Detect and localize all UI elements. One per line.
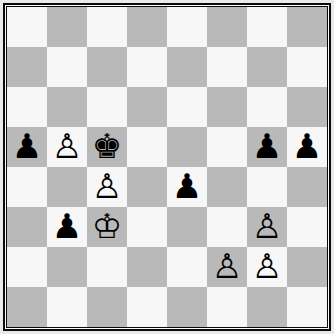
white-pawn: ♙ xyxy=(252,247,282,286)
square-b8[interactable] xyxy=(47,7,87,47)
square-b1[interactable] xyxy=(47,287,87,327)
square-d1[interactable] xyxy=(127,287,167,327)
square-h3[interactable] xyxy=(287,207,327,247)
square-g4[interactable] xyxy=(247,167,287,207)
square-e7[interactable] xyxy=(167,47,207,87)
square-g5[interactable]: ♟ xyxy=(247,127,287,167)
square-b4[interactable] xyxy=(47,167,87,207)
square-a3[interactable] xyxy=(7,207,47,247)
square-f2[interactable]: ♙ xyxy=(207,247,247,287)
square-f4[interactable] xyxy=(207,167,247,207)
white-pawn: ♙ xyxy=(92,167,122,206)
square-b5[interactable]: ♙ xyxy=(47,127,87,167)
square-g2[interactable]: ♙ xyxy=(247,247,287,287)
square-c4[interactable]: ♙ xyxy=(87,167,127,207)
square-h1[interactable] xyxy=(287,287,327,327)
board-frame-outer: ♟♙♚♟♟♙♟♟♔♙♙♙ xyxy=(3,3,331,331)
diagram-background: ♟♙♚♟♟♙♟♟♔♙♙♙ xyxy=(0,0,334,334)
square-e3[interactable] xyxy=(167,207,207,247)
square-a5[interactable]: ♟ xyxy=(7,127,47,167)
black-pawn: ♟ xyxy=(52,207,82,246)
square-a1[interactable] xyxy=(7,287,47,327)
black-pawn: ♟ xyxy=(252,127,282,166)
white-pawn: ♙ xyxy=(212,247,242,286)
square-f7[interactable] xyxy=(207,47,247,87)
square-b6[interactable] xyxy=(47,87,87,127)
square-d2[interactable] xyxy=(127,247,167,287)
black-king: ♚ xyxy=(92,127,122,166)
square-d5[interactable] xyxy=(127,127,167,167)
square-g6[interactable] xyxy=(247,87,287,127)
square-c8[interactable] xyxy=(87,7,127,47)
square-c2[interactable] xyxy=(87,247,127,287)
square-f3[interactable] xyxy=(207,207,247,247)
square-d4[interactable] xyxy=(127,167,167,207)
square-e2[interactable] xyxy=(167,247,207,287)
square-f1[interactable] xyxy=(207,287,247,327)
square-e1[interactable] xyxy=(167,287,207,327)
square-c3[interactable]: ♔ xyxy=(87,207,127,247)
square-h6[interactable] xyxy=(287,87,327,127)
square-d7[interactable] xyxy=(127,47,167,87)
white-pawn: ♙ xyxy=(252,207,282,246)
square-c1[interactable] xyxy=(87,287,127,327)
square-a8[interactable] xyxy=(7,7,47,47)
white-king: ♔ xyxy=(92,207,122,246)
square-c6[interactable] xyxy=(87,87,127,127)
square-g7[interactable] xyxy=(247,47,287,87)
board-frame-gap: ♟♙♚♟♟♙♟♟♔♙♙♙ xyxy=(5,5,329,329)
square-h4[interactable] xyxy=(287,167,327,207)
square-g3[interactable]: ♙ xyxy=(247,207,287,247)
square-g1[interactable] xyxy=(247,287,287,327)
square-a6[interactable] xyxy=(7,87,47,127)
square-h7[interactable] xyxy=(287,47,327,87)
square-b7[interactable] xyxy=(47,47,87,87)
square-f5[interactable] xyxy=(207,127,247,167)
square-a2[interactable] xyxy=(7,247,47,287)
square-b3[interactable]: ♟ xyxy=(47,207,87,247)
square-e8[interactable] xyxy=(167,7,207,47)
board-frame-inner: ♟♙♚♟♟♙♟♟♔♙♙♙ xyxy=(6,6,328,328)
square-c5[interactable]: ♚ xyxy=(87,127,127,167)
square-a4[interactable] xyxy=(7,167,47,207)
chess-board: ♟♙♚♟♟♙♟♟♔♙♙♙ xyxy=(7,7,327,327)
square-c7[interactable] xyxy=(87,47,127,87)
square-d8[interactable] xyxy=(127,7,167,47)
square-f8[interactable] xyxy=(207,7,247,47)
square-e4[interactable]: ♟ xyxy=(167,167,207,207)
black-pawn: ♟ xyxy=(172,167,202,206)
square-f6[interactable] xyxy=(207,87,247,127)
square-g8[interactable] xyxy=(247,7,287,47)
white-pawn: ♙ xyxy=(52,127,82,166)
square-h8[interactable] xyxy=(287,7,327,47)
square-h2[interactable] xyxy=(287,247,327,287)
black-pawn: ♟ xyxy=(12,127,42,166)
square-d6[interactable] xyxy=(127,87,167,127)
square-d3[interactable] xyxy=(127,207,167,247)
square-b2[interactable] xyxy=(47,247,87,287)
square-e6[interactable] xyxy=(167,87,207,127)
square-e5[interactable] xyxy=(167,127,207,167)
square-a7[interactable] xyxy=(7,47,47,87)
square-h5[interactable]: ♟ xyxy=(287,127,327,167)
black-pawn: ♟ xyxy=(292,127,322,166)
